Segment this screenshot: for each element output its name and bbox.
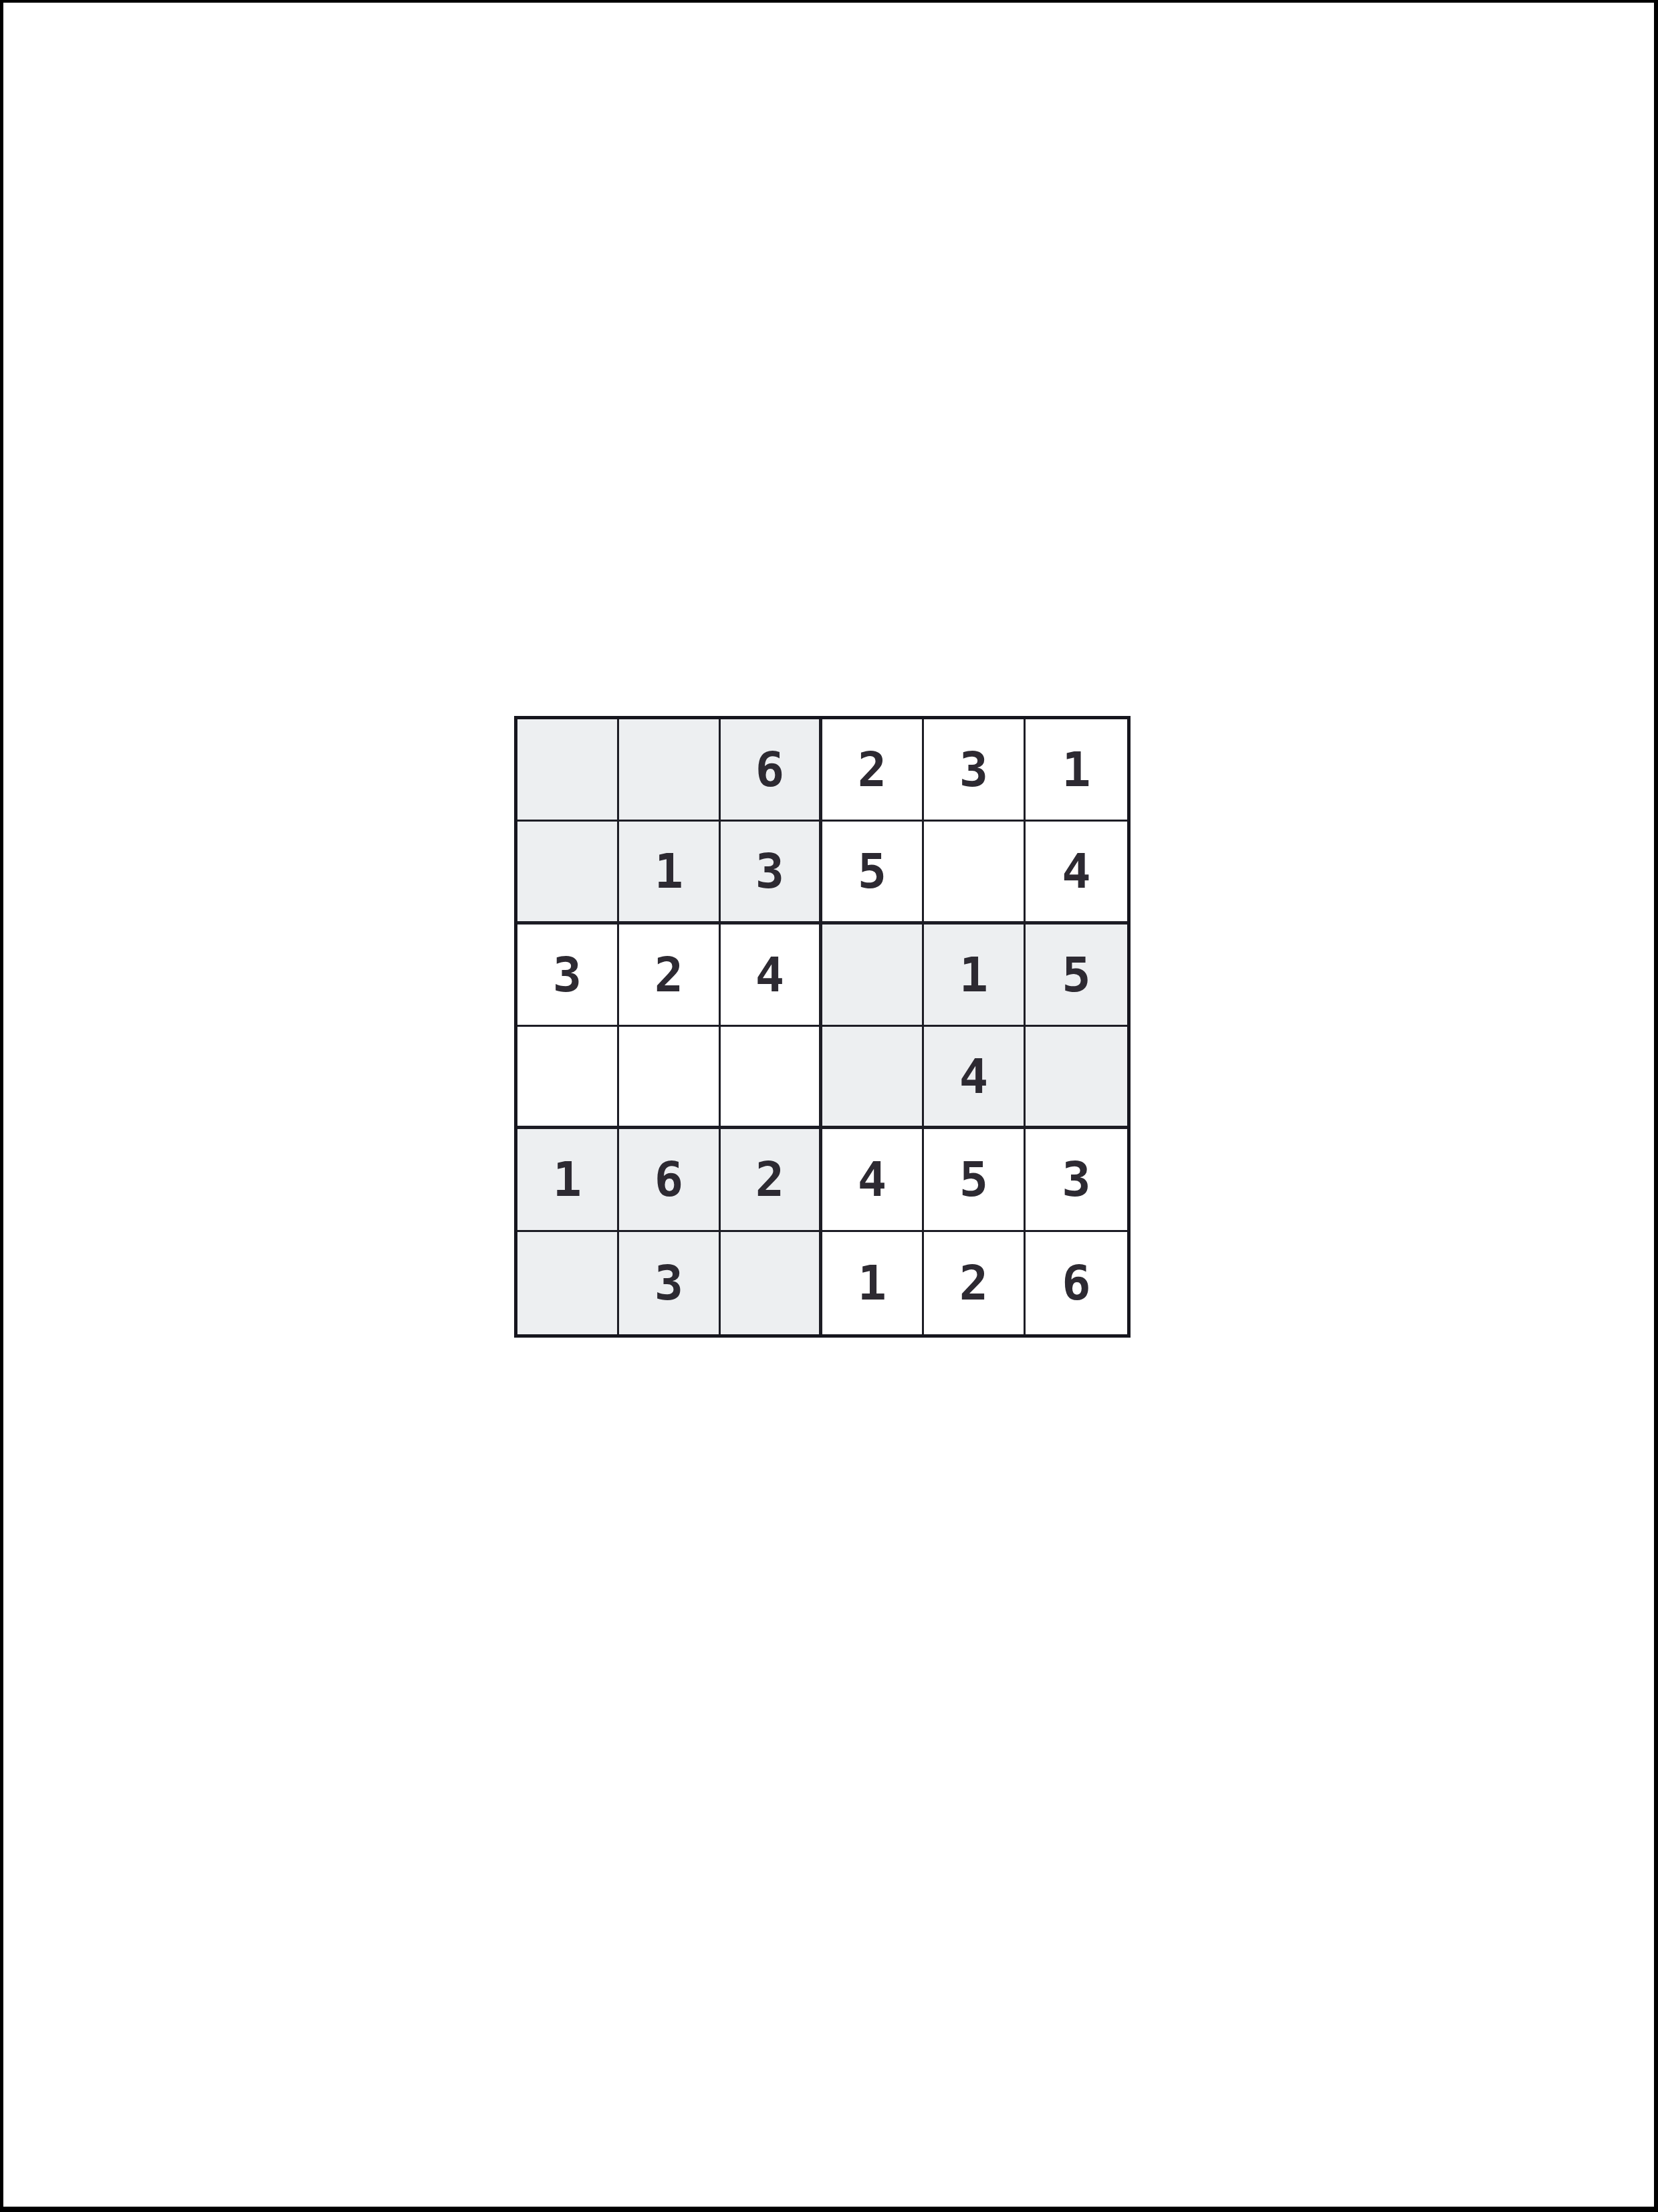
cell-r2c6: 4	[1026, 822, 1127, 924]
cell-r6c5: 2	[924, 1232, 1026, 1334]
cell-r2c3: 3	[721, 822, 822, 924]
cell-r3c5: 1	[924, 925, 1026, 1027]
cell-r1c5: 3	[924, 719, 1026, 822]
cell-r5c6: 3	[1026, 1129, 1127, 1231]
cell-r3c3: 4	[721, 925, 822, 1027]
cell-r3c2: 2	[619, 925, 721, 1027]
cell-r4c1	[517, 1027, 619, 1129]
cell-r3c6: 5	[1026, 925, 1127, 1027]
cell-r2c2: 1	[619, 822, 721, 924]
cell-r3c4	[822, 925, 924, 1027]
cell-r5c1: 1	[517, 1129, 619, 1231]
cell-r6c3	[721, 1232, 822, 1334]
cell-r4c2	[619, 1027, 721, 1129]
cell-r1c2	[619, 719, 721, 822]
cell-r1c3: 6	[721, 719, 822, 822]
cell-r1c6: 1	[1026, 719, 1127, 822]
scanned-page: 623113543241541624533126	[0, 0, 1658, 2212]
cell-r5c4: 4	[822, 1129, 924, 1231]
cell-r4c6	[1026, 1027, 1127, 1129]
cell-r4c4	[822, 1027, 924, 1129]
cell-r5c2: 6	[619, 1129, 721, 1231]
cell-r1c4: 2	[822, 719, 924, 822]
cell-r6c6: 6	[1026, 1232, 1127, 1334]
cell-r2c5	[924, 822, 1026, 924]
cell-r2c4: 5	[822, 822, 924, 924]
cell-r2c1	[517, 822, 619, 924]
cell-r3c1: 3	[517, 925, 619, 1027]
sudoku-board: 623113543241541624533126	[514, 716, 1131, 1338]
cell-r1c1	[517, 719, 619, 822]
cell-r5c3: 2	[721, 1129, 822, 1231]
cell-r4c5: 4	[924, 1027, 1026, 1129]
cell-r4c3	[721, 1027, 822, 1129]
cell-r6c4: 1	[822, 1232, 924, 1334]
cell-r5c5: 5	[924, 1129, 1026, 1231]
cell-r6c1	[517, 1232, 619, 1334]
cell-r6c2: 3	[619, 1232, 721, 1334]
